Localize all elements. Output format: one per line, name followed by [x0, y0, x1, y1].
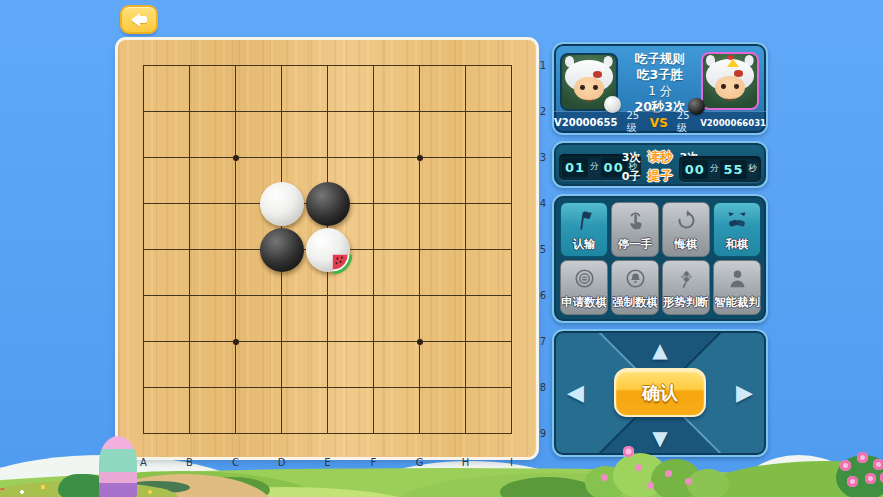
intersection-G6[interactable]	[397, 273, 443, 319]
intersection-I3[interactable]	[489, 135, 535, 181]
game-screen: ABCDEFGHI 123456789 吃子规则 吃3子胜 1 分	[0, 0, 883, 497]
row-label-9: 9	[536, 428, 550, 439]
intersection-C1[interactable]	[213, 43, 259, 89]
col-label-E: E	[318, 457, 338, 468]
left-byoyomi-count: 3次	[622, 150, 641, 165]
action-label: 悔棋	[675, 237, 698, 252]
intersection-A7[interactable]	[121, 319, 167, 365]
action-pass-button[interactable]: 停一手	[611, 202, 659, 257]
byoyomi-label: 读秒	[648, 149, 673, 166]
action-label: 和棋	[726, 237, 749, 252]
watermelon-marker-icon	[331, 253, 353, 275]
intersection-G1[interactable]	[397, 43, 443, 89]
left-player-id: V20000655	[554, 117, 617, 128]
intersection-I5[interactable]	[489, 227, 535, 273]
ai-referee-icon	[726, 266, 749, 292]
stone-white	[260, 182, 304, 226]
intersection-A5[interactable]	[121, 227, 167, 273]
col-label-D: D	[272, 457, 292, 468]
action-label: 停一手	[618, 237, 653, 252]
count-force-icon	[624, 266, 647, 292]
intersection-D8[interactable]	[259, 365, 305, 411]
intersection-A4[interactable]	[121, 181, 167, 227]
row-label-1: 1	[536, 60, 550, 71]
intersection-H6[interactable]	[443, 273, 489, 319]
col-label-I: I	[502, 457, 522, 468]
action-request-count-button[interactable]: 申请数棋	[560, 260, 608, 315]
rule-score: 1 分	[622, 83, 698, 99]
intersection-D7[interactable]	[259, 319, 305, 365]
intersection-B3[interactable]	[167, 135, 213, 181]
intersection-F4[interactable]	[351, 181, 397, 227]
col-label-C: C	[226, 457, 246, 468]
intersection-A8[interactable]	[121, 365, 167, 411]
count-request-icon	[573, 266, 596, 292]
intersection-I4[interactable]	[489, 181, 535, 227]
dpad-up-arrow[interactable]: ▲	[652, 340, 667, 360]
dpad-down-arrow[interactable]: ▼	[652, 428, 667, 448]
intersection-I1[interactable]	[489, 43, 535, 89]
dpad-left-arrow[interactable]: ◀	[567, 382, 584, 404]
captures-label: 提子	[648, 168, 673, 185]
action-ai-referee-button[interactable]: 智能裁判	[713, 260, 761, 315]
intersection-I7[interactable]	[489, 319, 535, 365]
intersection-F6[interactable]	[351, 273, 397, 319]
flag-icon	[573, 208, 596, 234]
intersection-D2[interactable]	[259, 89, 305, 135]
intersection-I9[interactable]	[489, 411, 535, 457]
undo-icon	[675, 208, 698, 234]
back-arrow-icon	[131, 13, 147, 27]
col-label-B: B	[180, 457, 200, 468]
intersection-E6[interactable]	[305, 273, 351, 319]
intersection-C2[interactable]	[213, 89, 259, 135]
timer-card: 01 分 00 秒 3次 读秒 3次 0子 提子 0子 00 分 55 秒	[552, 141, 768, 188]
confirm-label: 确认	[642, 381, 678, 405]
action-label: 申请数棋	[561, 295, 607, 310]
row-label-3: 3	[536, 152, 550, 163]
right-player-rank: 25级	[677, 110, 691, 135]
intersection-G4[interactable]	[397, 181, 443, 227]
intersection-C4[interactable]	[213, 181, 259, 227]
intersection-D9[interactable]	[259, 411, 305, 457]
stone-black	[260, 228, 304, 272]
intersection-C3[interactable]	[213, 135, 259, 181]
vs-label: VS	[650, 116, 668, 130]
back-button[interactable]	[120, 5, 158, 34]
intersection-E9[interactable]	[305, 411, 351, 457]
intersection-D4[interactable]	[259, 181, 305, 227]
intersection-B5[interactable]	[167, 227, 213, 273]
intersection-E3[interactable]	[305, 135, 351, 181]
intersection-E2[interactable]	[305, 89, 351, 135]
intersection-D1[interactable]	[259, 43, 305, 89]
rose-bush	[836, 450, 883, 497]
col-label-H: H	[456, 457, 476, 468]
intersection-D5[interactable]	[259, 227, 305, 273]
handshake-icon	[725, 208, 749, 234]
intersection-F2[interactable]	[351, 89, 397, 135]
action-resign-button[interactable]: 认输	[560, 202, 608, 257]
match-info-card: 吃子规则 吃3子胜 1 分 20秒3次 V20000655 25级 VS 25级…	[552, 42, 768, 135]
intersection-E4[interactable]	[305, 181, 351, 227]
intersection-E8[interactable]	[305, 365, 351, 411]
intersection-F8[interactable]	[351, 365, 397, 411]
action-draw-button[interactable]: 和棋	[713, 202, 761, 257]
col-label-F: F	[364, 457, 384, 468]
intersection-H1[interactable]	[443, 43, 489, 89]
player-avatar-right-active	[701, 52, 759, 110]
judge-position-icon	[675, 266, 698, 292]
rule-win-condition: 吃3子胜	[622, 67, 698, 83]
action-label: 智能裁判	[714, 295, 760, 310]
intersection-G8[interactable]	[397, 365, 443, 411]
intersection-G3[interactable]	[397, 135, 443, 181]
action-label: 形势判断	[663, 295, 709, 310]
intersection-F7[interactable]	[351, 319, 397, 365]
row-label-8: 8	[536, 382, 550, 393]
intersection-B6[interactable]	[167, 273, 213, 319]
left-minutes: 01	[562, 158, 588, 177]
intersection-C5[interactable]	[213, 227, 259, 273]
stone-white	[306, 228, 350, 272]
col-label-G: G	[410, 457, 430, 468]
action-force-count-button[interactable]: 强制数棋	[611, 260, 659, 315]
left-captures-count: 0子	[622, 169, 641, 184]
intersection-F3[interactable]	[351, 135, 397, 181]
intersection-B2[interactable]	[167, 89, 213, 135]
intersection-B8[interactable]	[167, 365, 213, 411]
intersection-B7[interactable]	[167, 319, 213, 365]
intersection-C6[interactable]	[213, 273, 259, 319]
action-label: 强制数棋	[612, 295, 658, 310]
intersection-B4[interactable]	[167, 181, 213, 227]
intersection-H2[interactable]	[443, 89, 489, 135]
intersection-C9[interactable]	[213, 411, 259, 457]
intersection-G9[interactable]	[397, 411, 443, 457]
row-label-6: 6	[536, 290, 550, 301]
row-label-5: 5	[536, 244, 550, 255]
intersection-E5[interactable]	[305, 227, 351, 273]
column-labels: ABCDEFGHI	[118, 457, 536, 470]
right-minutes: 00	[682, 160, 708, 179]
row-label-2: 2	[536, 106, 550, 117]
stone-indicator-black	[688, 98, 705, 115]
intersection-I2[interactable]	[489, 89, 535, 135]
left-player-rank: 25级	[626, 110, 640, 135]
intersection-B1[interactable]	[167, 43, 213, 89]
intersection-H8[interactable]	[443, 365, 489, 411]
intersection-H5[interactable]	[443, 227, 489, 273]
flower-bushes	[585, 448, 737, 497]
intersection-D6[interactable]	[259, 273, 305, 319]
right-player-id: V2000066031	[700, 118, 766, 128]
intersection-A1[interactable]	[121, 43, 167, 89]
right-player-clock: 00 分 55 秒	[679, 156, 761, 182]
intersection-I8[interactable]	[489, 365, 535, 411]
intersection-G5[interactable]	[397, 227, 443, 273]
intersection-H3[interactable]	[443, 135, 489, 181]
go-board	[118, 40, 536, 457]
actions-card: 认输停一手悔棋和棋申请数棋强制数棋形势判断智能裁判	[552, 194, 768, 323]
row-labels: 123456789	[536, 40, 550, 457]
move-confirm-pad: ▲ ▼ ◀ ▶ 确认	[552, 329, 768, 457]
rule-title: 吃子规则	[622, 51, 698, 67]
players-name-bar: V20000655 25级 VS 25级 V2000066031	[554, 111, 766, 133]
action-undo-button[interactable]: 悔棋	[662, 202, 710, 257]
board-intersections	[121, 43, 535, 457]
intersection-C7[interactable]	[213, 319, 259, 365]
stone-black	[306, 182, 350, 226]
intersection-F5[interactable]	[351, 227, 397, 273]
row-label-7: 7	[536, 336, 550, 347]
intersection-I6[interactable]	[489, 273, 535, 319]
intersection-F1[interactable]	[351, 43, 397, 89]
action-label: 认输	[573, 237, 596, 252]
row-label-4: 4	[536, 198, 550, 209]
action-judge-position-button[interactable]: 形势判断	[662, 260, 710, 315]
intersection-H7[interactable]	[443, 319, 489, 365]
right-seconds: 55	[720, 160, 746, 179]
intersection-C8[interactable]	[213, 365, 259, 411]
intersection-G7[interactable]	[397, 319, 443, 365]
intersection-E1[interactable]	[305, 43, 351, 89]
rule-block: 吃子规则 吃3子胜 1 分 20秒3次	[622, 51, 698, 115]
intersection-H9[interactable]	[443, 411, 489, 457]
intersection-A2[interactable]	[121, 89, 167, 135]
intersection-A3[interactable]	[121, 135, 167, 181]
stone-indicator-white	[604, 96, 621, 113]
dpad-right-arrow[interactable]: ▶	[736, 382, 753, 404]
confirm-move-button[interactable]: 确认	[614, 368, 706, 417]
intersection-B9[interactable]	[167, 411, 213, 457]
intersection-G2[interactable]	[397, 89, 443, 135]
intersection-H4[interactable]	[443, 181, 489, 227]
intersection-D3[interactable]	[259, 135, 305, 181]
intersection-E7[interactable]	[305, 319, 351, 365]
mint-mound-decor	[99, 436, 137, 497]
intersection-F9[interactable]	[351, 411, 397, 457]
intersection-A6[interactable]	[121, 273, 167, 319]
hand-tap-icon	[624, 208, 647, 234]
